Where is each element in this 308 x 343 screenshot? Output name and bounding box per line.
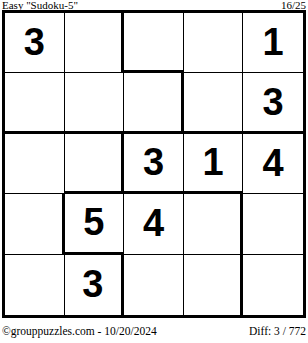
cell-r4c1[interactable]: 3 (65, 255, 125, 315)
cell-r3c2[interactable]: 4 (124, 194, 184, 254)
cell-r4c3[interactable] (184, 255, 244, 315)
puzzle-page: Easy "Sudoku-5" 16/25 3 1 3 3 1 4 5 4 3 (0, 0, 308, 343)
cell-r3c0[interactable] (5, 194, 65, 254)
cell-r2c1[interactable] (65, 134, 125, 194)
cell-r0c0[interactable]: 3 (5, 13, 65, 73)
puzzle-counter: 16/25 (281, 0, 306, 10)
cell-r0c4[interactable]: 1 (243, 13, 303, 73)
cell-r4c4[interactable] (243, 255, 303, 315)
cell-r1c4[interactable]: 3 (243, 73, 303, 133)
sudoku-board: 3 1 3 3 1 4 5 4 3 (2, 10, 306, 318)
cell-r4c0[interactable] (5, 255, 65, 315)
cell-r0c3[interactable] (184, 13, 244, 73)
footer: ©grouppuzzles.com - 10/20/2024 Diff: 3 /… (2, 325, 306, 338)
cell-r1c2[interactable] (124, 73, 184, 133)
cell-r0c2[interactable] (124, 13, 184, 73)
cell-r3c1[interactable]: 5 (65, 194, 125, 254)
cell-r3c4[interactable] (243, 194, 303, 254)
cell-r0c1[interactable] (65, 13, 125, 73)
cell-r2c4[interactable]: 4 (243, 134, 303, 194)
cell-r1c1[interactable] (65, 73, 125, 133)
cell-r1c3[interactable] (184, 73, 244, 133)
cell-r2c3[interactable]: 1 (184, 134, 244, 194)
cell-r4c2[interactable] (124, 255, 184, 315)
copyright-text: ©grouppuzzles.com - 10/20/2024 (2, 325, 157, 338)
difficulty-text: Diff: 3 / 772 (249, 325, 306, 338)
cell-r3c3[interactable] (184, 194, 244, 254)
cell-r2c0[interactable] (5, 134, 65, 194)
puzzle-title: Easy "Sudoku-5" (2, 0, 78, 10)
cell-r1c0[interactable] (5, 73, 65, 133)
header: Easy "Sudoku-5" 16/25 (2, 0, 306, 10)
cell-r2c2[interactable]: 3 (124, 134, 184, 194)
